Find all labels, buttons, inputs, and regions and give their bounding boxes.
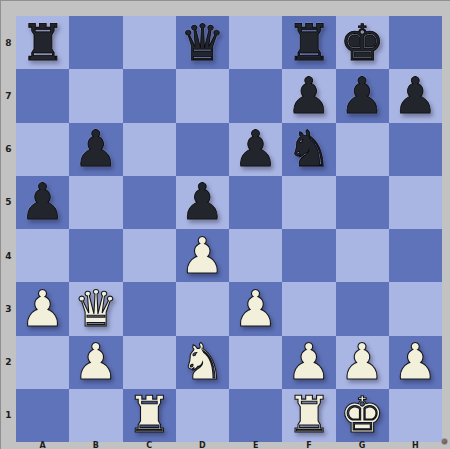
square-g8[interactable]: ♚ <box>336 16 389 69</box>
square-g5[interactable] <box>336 176 389 229</box>
square-g4[interactable] <box>336 229 389 282</box>
square-c1[interactable]: ♜ <box>123 389 176 442</box>
square-e6[interactable]: ♟ <box>229 123 282 176</box>
square-f4[interactable] <box>282 229 335 282</box>
square-h1[interactable] <box>389 389 442 442</box>
square-f1[interactable]: ♜ <box>282 389 335 442</box>
white-pawn-f2: ♟ <box>286 337 331 387</box>
square-h3[interactable] <box>389 282 442 335</box>
logo-dot <box>441 438 448 445</box>
square-g7[interactable]: ♟ <box>336 69 389 122</box>
square-a7[interactable] <box>16 69 69 122</box>
square-c4[interactable] <box>123 229 176 282</box>
black-pawn-d5: ♟ <box>180 177 225 227</box>
file-label-h: H <box>389 442 442 449</box>
file-label-b: B <box>69 442 122 449</box>
square-f2[interactable]: ♟ <box>282 336 335 389</box>
white-knight-d2: ♞ <box>180 337 225 387</box>
square-b7[interactable] <box>69 69 122 122</box>
square-e8[interactable] <box>229 16 282 69</box>
square-d4[interactable]: ♟ <box>176 229 229 282</box>
square-a8[interactable]: ♜ <box>16 16 69 69</box>
square-a3[interactable]: ♟ <box>16 282 69 335</box>
file-label-c: C <box>123 442 176 449</box>
square-f5[interactable] <box>282 176 335 229</box>
white-queen-b3: ♛ <box>73 284 118 334</box>
square-g2[interactable]: ♟ <box>336 336 389 389</box>
square-g3[interactable] <box>336 282 389 335</box>
black-queen-d8: ♛ <box>180 18 225 68</box>
black-pawn-g7: ♟ <box>340 71 385 121</box>
square-a6[interactable] <box>16 123 69 176</box>
square-b4[interactable] <box>69 229 122 282</box>
square-c8[interactable] <box>123 16 176 69</box>
file-label-e: E <box>229 442 282 449</box>
square-b6[interactable]: ♟ <box>69 123 122 176</box>
square-h7[interactable]: ♟ <box>389 69 442 122</box>
square-d2[interactable]: ♞ <box>176 336 229 389</box>
square-e3[interactable]: ♟ <box>229 282 282 335</box>
white-king-g1: ♚ <box>340 390 385 440</box>
file-label-f: F <box>282 442 335 449</box>
square-b1[interactable] <box>69 389 122 442</box>
square-g6[interactable] <box>336 123 389 176</box>
square-h6[interactable] <box>389 123 442 176</box>
square-e1[interactable] <box>229 389 282 442</box>
file-labels: ABCDEFGH <box>16 442 442 449</box>
square-a4[interactable] <box>16 229 69 282</box>
chess-app-window: 87654321 ♜♛♜♚♟♟♟♟♟♞♟♟♟♟♛♟♟♞♟♟♟♜♜♚ ABCDEF… <box>0 0 450 449</box>
square-h8[interactable] <box>389 16 442 69</box>
black-rook-a8: ♜ <box>20 18 65 68</box>
rank-label-8: 8 <box>1 16 16 69</box>
square-c7[interactable] <box>123 69 176 122</box>
square-f7[interactable]: ♟ <box>282 69 335 122</box>
rank-label-6: 6 <box>1 123 16 176</box>
square-d7[interactable] <box>176 69 229 122</box>
square-d1[interactable] <box>176 389 229 442</box>
square-e7[interactable] <box>229 69 282 122</box>
black-pawn-b6: ♟ <box>73 124 118 174</box>
black-knight-f6: ♞ <box>286 124 331 174</box>
square-a2[interactable] <box>16 336 69 389</box>
white-pawn-e3: ♟ <box>233 284 278 334</box>
white-rook-c1: ♜ <box>127 390 172 440</box>
square-f3[interactable] <box>282 282 335 335</box>
square-b5[interactable] <box>69 176 122 229</box>
white-pawn-g2: ♟ <box>340 337 385 387</box>
white-pawn-h2: ♟ <box>393 337 438 387</box>
rank-label-2: 2 <box>1 336 16 389</box>
square-b8[interactable] <box>69 16 122 69</box>
white-pawn-a3: ♟ <box>20 284 65 334</box>
square-f6[interactable]: ♞ <box>282 123 335 176</box>
file-label-a: A <box>16 442 69 449</box>
square-a1[interactable] <box>16 389 69 442</box>
square-e2[interactable] <box>229 336 282 389</box>
square-d8[interactable]: ♛ <box>176 16 229 69</box>
file-label-g: G <box>336 442 389 449</box>
square-a5[interactable]: ♟ <box>16 176 69 229</box>
square-c6[interactable] <box>123 123 176 176</box>
rank-labels: 87654321 <box>1 16 16 442</box>
black-king-g8: ♚ <box>340 18 385 68</box>
white-pawn-b2: ♟ <box>73 337 118 387</box>
rank-label-5: 5 <box>1 176 16 229</box>
square-c5[interactable] <box>123 176 176 229</box>
square-b2[interactable]: ♟ <box>69 336 122 389</box>
square-e5[interactable] <box>229 176 282 229</box>
rank-label-7: 7 <box>1 69 16 122</box>
black-pawn-e6: ♟ <box>233 124 278 174</box>
square-h2[interactable]: ♟ <box>389 336 442 389</box>
black-pawn-f7: ♟ <box>286 71 331 121</box>
square-c2[interactable] <box>123 336 176 389</box>
rank-label-3: 3 <box>1 282 16 335</box>
square-h4[interactable] <box>389 229 442 282</box>
square-e4[interactable] <box>229 229 282 282</box>
square-c3[interactable] <box>123 282 176 335</box>
square-g1[interactable]: ♚ <box>336 389 389 442</box>
square-d3[interactable] <box>176 282 229 335</box>
file-label-d: D <box>176 442 229 449</box>
square-d6[interactable] <box>176 123 229 176</box>
white-pawn-d4: ♟ <box>180 231 225 281</box>
black-pawn-h7: ♟ <box>393 71 438 121</box>
square-f8[interactable]: ♜ <box>282 16 335 69</box>
rank-label-1: 1 <box>1 389 16 442</box>
chess-board: ♜♛♜♚♟♟♟♟♟♞♟♟♟♟♛♟♟♞♟♟♟♜♜♚ <box>16 16 442 442</box>
black-pawn-a5: ♟ <box>20 177 65 227</box>
black-rook-f8: ♜ <box>286 18 331 68</box>
square-b3[interactable]: ♛ <box>69 282 122 335</box>
square-d5[interactable]: ♟ <box>176 176 229 229</box>
rank-label-4: 4 <box>1 229 16 282</box>
square-h5[interactable] <box>389 176 442 229</box>
white-rook-f1: ♜ <box>286 390 331 440</box>
